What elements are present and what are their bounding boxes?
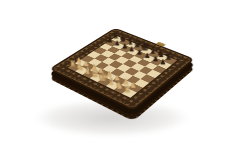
product-photo: ♜♞♝♛♚♝♞♜♟♟♟♟♟♟♟♟♟♟♟♟♟♟♟♟♜♞♝♛♚♝♞♜ xyxy=(0,0,240,150)
chess-box: ♜♞♝♛♚♝♞♜♟♟♟♟♟♟♟♟♟♟♟♟♟♟♟♟♜♞♝♛♚♝♞♜ xyxy=(49,28,195,111)
square-h5 xyxy=(147,70,161,78)
square-b2: ♟ xyxy=(82,63,96,71)
square-h7: ♟ xyxy=(158,61,172,69)
chess-piece-black-k: ♚ xyxy=(140,42,149,53)
square-f7: ♟ xyxy=(142,55,155,62)
chess-piece-white-p: ♟ xyxy=(120,78,130,85)
square-e5 xyxy=(123,60,137,68)
square-f1: ♝ xyxy=(106,81,121,90)
brass-latch-icon xyxy=(156,42,166,47)
